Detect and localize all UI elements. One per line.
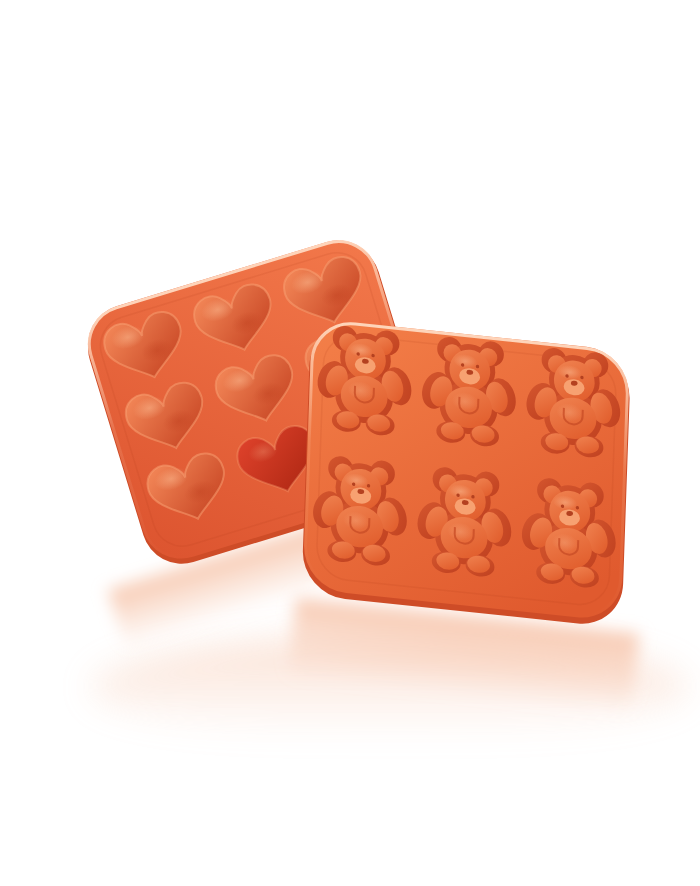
- bear-mold: [301, 318, 631, 628]
- product-photo: Two orange silicone baking molds: heart …: [0, 0, 700, 886]
- product-photo-canvas: Two orange silicone baking molds: heart …: [0, 0, 700, 886]
